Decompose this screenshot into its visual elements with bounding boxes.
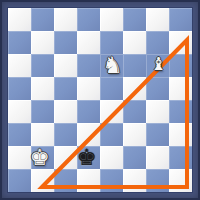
square-b7[interactable] <box>31 31 54 54</box>
square-f4[interactable] <box>123 100 146 123</box>
square-d3[interactable] <box>77 123 100 146</box>
square-f6[interactable] <box>123 54 146 77</box>
square-a7[interactable] <box>8 31 31 54</box>
square-b8[interactable] <box>31 8 54 31</box>
square-h6[interactable] <box>169 54 192 77</box>
white-bishop[interactable]: ♝ <box>147 52 170 75</box>
square-e1[interactable] <box>100 169 123 192</box>
square-f3[interactable] <box>123 123 146 146</box>
square-g4[interactable] <box>146 100 169 123</box>
square-c1[interactable] <box>54 169 77 192</box>
square-f8[interactable] <box>123 8 146 31</box>
square-c4[interactable] <box>54 100 77 123</box>
square-e8[interactable] <box>100 8 123 31</box>
square-b6[interactable] <box>31 54 54 77</box>
square-a6[interactable] <box>8 54 31 77</box>
square-a3[interactable] <box>8 123 31 146</box>
square-d8[interactable] <box>77 8 100 31</box>
square-f2[interactable] <box>123 146 146 169</box>
square-h4[interactable] <box>169 100 192 123</box>
square-g2[interactable] <box>146 146 169 169</box>
white-knight[interactable]: ♞ <box>101 54 124 77</box>
square-d6[interactable] <box>77 54 100 77</box>
square-c7[interactable] <box>54 31 77 54</box>
square-d1[interactable] <box>77 169 100 192</box>
square-e4[interactable] <box>100 100 123 123</box>
square-e5[interactable] <box>100 77 123 100</box>
square-g8[interactable] <box>146 8 169 31</box>
square-h1[interactable] <box>169 169 192 192</box>
square-b5[interactable] <box>31 77 54 100</box>
square-e3[interactable] <box>100 123 123 146</box>
square-d4[interactable] <box>77 100 100 123</box>
square-g7[interactable] <box>146 31 169 54</box>
square-f1[interactable] <box>123 169 146 192</box>
square-a8[interactable] <box>8 8 31 31</box>
square-f5[interactable] <box>123 77 146 100</box>
square-c5[interactable] <box>54 77 77 100</box>
white-king[interactable]: ♚ <box>28 146 51 169</box>
square-b4[interactable] <box>31 100 54 123</box>
square-h7[interactable] <box>169 31 192 54</box>
square-h2[interactable] <box>169 146 192 169</box>
square-a5[interactable] <box>8 77 31 100</box>
square-d7[interactable] <box>77 31 100 54</box>
square-b3[interactable] <box>31 123 54 146</box>
square-c6[interactable] <box>54 54 77 77</box>
black-king[interactable]: ♚ <box>75 146 98 169</box>
square-f7[interactable] <box>123 31 146 54</box>
square-c8[interactable] <box>54 8 77 31</box>
square-g1[interactable] <box>146 169 169 192</box>
square-e2[interactable] <box>100 146 123 169</box>
square-d5[interactable] <box>77 77 100 100</box>
square-c2[interactable] <box>54 146 77 169</box>
square-c3[interactable] <box>54 123 77 146</box>
square-e7[interactable] <box>100 31 123 54</box>
square-h8[interactable] <box>169 8 192 31</box>
square-g3[interactable] <box>146 123 169 146</box>
square-b1[interactable] <box>31 169 54 192</box>
square-a1[interactable] <box>8 169 31 192</box>
square-h5[interactable] <box>169 77 192 100</box>
chess-board-frame: ♞♝♚♚ <box>0 0 200 200</box>
square-g5[interactable] <box>146 77 169 100</box>
square-a4[interactable] <box>8 100 31 123</box>
square-h3[interactable] <box>169 123 192 146</box>
